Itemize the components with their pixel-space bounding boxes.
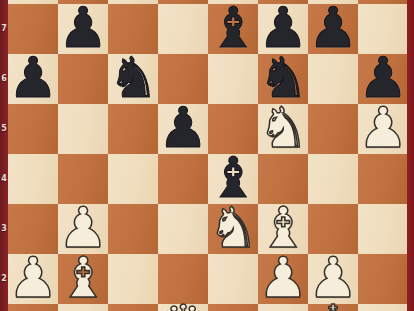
square-c1[interactable] xyxy=(108,304,158,311)
square-h1[interactable] xyxy=(358,304,408,311)
white-bishop-b2: ♝ xyxy=(58,253,108,304)
square-a2[interactable]: ♟ xyxy=(8,254,58,304)
square-b5[interactable] xyxy=(58,104,108,154)
square-a7[interactable] xyxy=(8,4,58,54)
square-g3[interactable] xyxy=(308,204,358,254)
rank-label-5: 5 xyxy=(0,124,8,133)
square-g4[interactable] xyxy=(308,154,358,204)
square-c7[interactable] xyxy=(108,4,158,54)
square-h5[interactable]: ♟ xyxy=(358,104,408,154)
white-knight-f5: ♞ xyxy=(258,103,308,154)
chess-board[interactable]: ♜♛♜♚♟♝♟♟♟♞♞♟♟♞♟♝♟♞♝♟♝♟♟♛♚ xyxy=(8,0,408,311)
chess-app-window: ♜♛♜♚♟♝♟♟♟♞♞♟♟♞♟♝♟♞♝♟♝♟♟♛♚ 765432 xyxy=(0,0,414,311)
square-g7[interactable]: ♟ xyxy=(308,4,358,54)
square-f5[interactable]: ♞ xyxy=(258,104,308,154)
square-g5[interactable] xyxy=(308,104,358,154)
black-knight-c6: ♞ xyxy=(108,53,158,104)
rank-label-2: 2 xyxy=(0,274,8,283)
square-f1[interactable] xyxy=(258,304,308,311)
rank-label-7: 7 xyxy=(0,24,8,33)
square-b2[interactable]: ♝ xyxy=(58,254,108,304)
square-e7[interactable]: ♝ xyxy=(208,4,258,54)
square-h3[interactable] xyxy=(358,204,408,254)
square-f7[interactable]: ♟ xyxy=(258,4,308,54)
square-d5[interactable]: ♟ xyxy=(158,104,208,154)
black-knight-f6: ♞ xyxy=(258,53,308,104)
square-b7[interactable]: ♟ xyxy=(58,4,108,54)
square-h4[interactable] xyxy=(358,154,408,204)
black-pawn-b7: ♟ xyxy=(58,3,108,54)
square-h6[interactable]: ♟ xyxy=(358,54,408,104)
square-f6[interactable]: ♞ xyxy=(258,54,308,104)
white-pawn-a2: ♟ xyxy=(8,253,58,304)
square-a3[interactable] xyxy=(8,204,58,254)
white-knight-e3: ♞ xyxy=(208,203,258,254)
black-bishop-e7: ♝ xyxy=(208,3,258,54)
square-f3[interactable]: ♝ xyxy=(258,204,308,254)
square-d7[interactable] xyxy=(158,4,208,54)
rank-label-3: 3 xyxy=(0,224,8,233)
white-bishop-f3: ♝ xyxy=(258,203,308,254)
black-pawn-f7: ♟ xyxy=(258,3,308,54)
square-d3[interactable] xyxy=(158,204,208,254)
square-e3[interactable]: ♞ xyxy=(208,204,258,254)
black-pawn-h6: ♟ xyxy=(358,53,408,104)
square-c2[interactable] xyxy=(108,254,158,304)
square-b3[interactable]: ♟ xyxy=(58,204,108,254)
square-e5[interactable] xyxy=(208,104,258,154)
black-pawn-g7: ♟ xyxy=(308,3,358,54)
square-e1[interactable] xyxy=(208,304,258,311)
black-pawn-d5: ♟ xyxy=(158,103,208,154)
white-pawn-b3: ♟ xyxy=(58,203,108,254)
square-d4[interactable] xyxy=(158,154,208,204)
square-g2[interactable]: ♟ xyxy=(308,254,358,304)
board-left-frame xyxy=(0,0,8,311)
rank-label-4: 4 xyxy=(0,174,8,183)
square-f4[interactable] xyxy=(258,154,308,204)
square-b1[interactable] xyxy=(58,304,108,311)
square-h7[interactable] xyxy=(358,4,408,54)
black-pawn-a6: ♟ xyxy=(8,53,58,104)
square-c6[interactable]: ♞ xyxy=(108,54,158,104)
square-e2[interactable] xyxy=(208,254,258,304)
square-c4[interactable] xyxy=(108,154,158,204)
square-b4[interactable] xyxy=(58,154,108,204)
square-a5[interactable] xyxy=(8,104,58,154)
square-c5[interactable] xyxy=(108,104,158,154)
square-a6[interactable]: ♟ xyxy=(8,54,58,104)
white-pawn-g2: ♟ xyxy=(308,253,358,304)
square-h2[interactable] xyxy=(358,254,408,304)
square-e4[interactable]: ♝ xyxy=(208,154,258,204)
square-g1[interactable]: ♚ xyxy=(308,304,358,311)
square-d6[interactable] xyxy=(158,54,208,104)
white-pawn-f2: ♟ xyxy=(258,253,308,304)
square-a1[interactable] xyxy=(8,304,58,311)
square-d1[interactable]: ♛ xyxy=(158,304,208,311)
square-g6[interactable] xyxy=(308,54,358,104)
square-f2[interactable]: ♟ xyxy=(258,254,308,304)
square-e6[interactable] xyxy=(208,54,258,104)
square-d2[interactable] xyxy=(158,254,208,304)
square-a4[interactable] xyxy=(8,154,58,204)
square-c3[interactable] xyxy=(108,204,158,254)
black-bishop-e4: ♝ xyxy=(208,153,258,204)
board-right-frame xyxy=(407,0,414,311)
rank-label-6: 6 xyxy=(0,74,8,83)
white-pawn-h5: ♟ xyxy=(358,103,408,154)
square-b6[interactable] xyxy=(58,54,108,104)
